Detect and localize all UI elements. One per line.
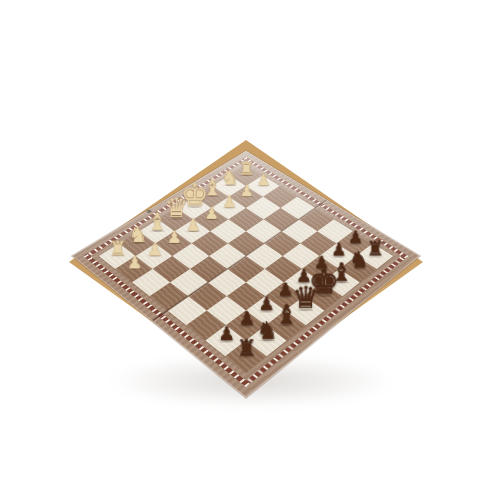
square-b4: [170, 269, 208, 296]
black-rook: ♜: [229, 337, 265, 359]
white-pawn: ♟: [119, 254, 152, 271]
brass-clasp-icon: [330, 328, 348, 344]
chessboard-grid: ♜♞♝♛♚♝♞♜♟♟♟♟♟♟♟♟♟♟♟♟♟♟♟♟♜♞♝♛♚♝♞♜: [99, 165, 393, 373]
product-photo: ♜♞♝♛♚♝♞♜♟♟♟♟♟♟♟♟♟♟♟♟♟♟♟♟♜♞♝♛♚♝♞♜: [0, 0, 500, 500]
